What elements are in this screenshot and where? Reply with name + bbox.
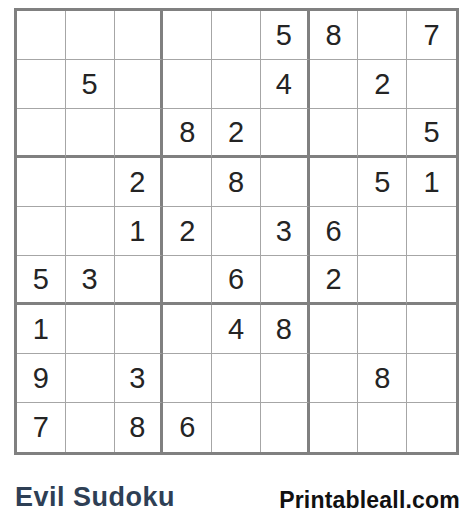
sudoku-cell-r3c4[interactable]: 8 [163, 109, 212, 158]
sudoku-cell-r7c8[interactable] [358, 305, 407, 354]
sudoku-cell-r5c2[interactable] [66, 207, 115, 256]
sudoku-cell-r1c8[interactable] [358, 11, 407, 60]
given-digit: 3 [82, 265, 98, 294]
sudoku-cell-r8c6[interactable] [261, 354, 310, 403]
sudoku-cell-r5c8[interactable] [358, 207, 407, 256]
sudoku-cell-r3c7[interactable] [310, 109, 359, 158]
given-digit: 6 [228, 265, 244, 294]
given-digit: 5 [276, 21, 292, 50]
sudoku-cell-r1c4[interactable] [163, 11, 212, 60]
sudoku-cell-r3c1[interactable] [17, 109, 66, 158]
sudoku-cell-r6c6[interactable] [261, 256, 310, 305]
sudoku-cell-r4c1[interactable] [17, 158, 66, 207]
sudoku-cell-r2c4[interactable] [163, 60, 212, 109]
sudoku-cell-r4c2[interactable] [66, 158, 115, 207]
given-digit: 6 [179, 413, 195, 442]
given-digit: 7 [33, 413, 49, 442]
sudoku-cell-r2c1[interactable] [17, 60, 66, 109]
sudoku-cell-r7c1[interactable]: 1 [17, 305, 66, 354]
sudoku-cell-r6c7[interactable]: 2 [310, 256, 359, 305]
sudoku-cell-r5c4[interactable]: 2 [163, 207, 212, 256]
sudoku-cell-r9c3[interactable]: 8 [115, 403, 164, 452]
sudoku-cell-r7c9[interactable] [407, 305, 456, 354]
sudoku-cell-r9c8[interactable] [358, 403, 407, 452]
given-digit: 6 [325, 217, 341, 246]
branding-text: Printableall.com [279, 487, 460, 514]
sudoku-cell-r3c3[interactable] [115, 109, 164, 158]
sudoku-cell-r6c2[interactable]: 3 [66, 256, 115, 305]
sudoku-cell-r7c6[interactable]: 8 [261, 305, 310, 354]
sudoku-cell-r4c3[interactable]: 2 [115, 158, 164, 207]
sudoku-cell-r6c3[interactable] [115, 256, 164, 305]
sudoku-cell-r9c4[interactable]: 6 [163, 403, 212, 452]
sudoku-cell-r1c3[interactable] [115, 11, 164, 60]
sudoku-cell-r4c9[interactable]: 1 [407, 158, 456, 207]
sudoku-cell-r5c7[interactable]: 6 [310, 207, 359, 256]
sudoku-cell-r8c7[interactable] [310, 354, 359, 403]
sudoku-cell-r2c7[interactable] [310, 60, 359, 109]
sudoku-cell-r2c9[interactable] [407, 60, 456, 109]
sudoku-cell-r9c9[interactable] [407, 403, 456, 452]
given-digit: 9 [33, 364, 49, 393]
sudoku-cell-r2c6[interactable]: 4 [261, 60, 310, 109]
given-digit: 2 [129, 168, 145, 197]
sudoku-cell-r5c1[interactable] [17, 207, 66, 256]
given-digit: 8 [325, 21, 341, 50]
sudoku-cell-r1c2[interactable] [66, 11, 115, 60]
given-digit: 8 [276, 315, 292, 344]
given-digit: 3 [276, 217, 292, 246]
sudoku-cell-r3c2[interactable] [66, 109, 115, 158]
given-digit: 4 [228, 315, 244, 344]
given-digit: 8 [129, 413, 145, 442]
given-digit: 3 [129, 364, 145, 393]
sudoku-cell-r8c8[interactable]: 8 [358, 354, 407, 403]
given-digit: 2 [228, 118, 244, 147]
given-digit: 2 [179, 217, 195, 246]
sudoku-cell-r7c4[interactable] [163, 305, 212, 354]
given-digit: 8 [374, 364, 390, 393]
sudoku-cell-r3c8[interactable] [358, 109, 407, 158]
sudoku-cell-r6c1[interactable]: 5 [17, 256, 66, 305]
sudoku-cell-r9c2[interactable] [66, 403, 115, 452]
sudoku-cell-r1c6[interactable]: 5 [261, 11, 310, 60]
sudoku-cell-r1c5[interactable] [212, 11, 261, 60]
given-digit: 1 [424, 168, 440, 197]
sudoku-cell-r4c5[interactable]: 8 [212, 158, 261, 207]
sudoku-cell-r1c7[interactable]: 8 [310, 11, 359, 60]
sudoku-cell-r7c7[interactable] [310, 305, 359, 354]
sudoku-board: 587542825285112365362148938786 [14, 8, 459, 455]
sudoku-cell-r4c6[interactable] [261, 158, 310, 207]
sudoku-cell-r3c5[interactable]: 2 [212, 109, 261, 158]
given-digit: 8 [228, 168, 244, 197]
sudoku-cell-r8c5[interactable] [212, 354, 261, 403]
sudoku-cell-r2c3[interactable] [115, 60, 164, 109]
sudoku-cell-r4c8[interactable]: 5 [358, 158, 407, 207]
given-digit: 1 [33, 315, 49, 344]
sudoku-cell-r9c5[interactable] [212, 403, 261, 452]
sudoku-cell-r9c1[interactable]: 7 [17, 403, 66, 452]
sudoku-cell-r6c5[interactable]: 6 [212, 256, 261, 305]
sudoku-cell-r5c5[interactable] [212, 207, 261, 256]
sudoku-cell-r8c3[interactable]: 3 [115, 354, 164, 403]
sudoku-cell-r5c9[interactable] [407, 207, 456, 256]
sudoku-cell-r8c2[interactable] [66, 354, 115, 403]
sudoku-cell-r6c9[interactable] [407, 256, 456, 305]
given-digit: 4 [276, 70, 292, 99]
printable-sudoku-page: 587542825285112365362148938786 Evil Sudo… [0, 0, 474, 520]
sudoku-cell-r2c5[interactable] [212, 60, 261, 109]
given-digit: 5 [374, 168, 390, 197]
sudoku-cell-r9c7[interactable] [310, 403, 359, 452]
sudoku-cell-r7c3[interactable] [115, 305, 164, 354]
sudoku-cell-r1c1[interactable] [17, 11, 66, 60]
sudoku-cell-r5c6[interactable]: 3 [261, 207, 310, 256]
given-digit: 2 [374, 70, 390, 99]
given-digit: 5 [33, 265, 49, 294]
puzzle-title: Evil Sudoku [15, 482, 175, 513]
sudoku-cell-r4c7[interactable] [310, 158, 359, 207]
sudoku-cell-r4c4[interactable] [163, 158, 212, 207]
given-digit: 1 [129, 217, 145, 246]
given-digit: 2 [325, 265, 341, 294]
sudoku-cell-r6c8[interactable] [358, 256, 407, 305]
sudoku-cell-r3c6[interactable] [261, 109, 310, 158]
sudoku-cell-r2c2[interactable]: 5 [66, 60, 115, 109]
sudoku-cell-r5c3[interactable]: 1 [115, 207, 164, 256]
sudoku-cell-r7c5[interactable]: 4 [212, 305, 261, 354]
given-digit: 5 [82, 70, 98, 99]
sudoku-cell-r8c9[interactable] [407, 354, 456, 403]
sudoku-cell-r9c6[interactable] [261, 403, 310, 452]
sudoku-cell-r8c4[interactable] [163, 354, 212, 403]
given-digit: 5 [424, 118, 440, 147]
sudoku-cell-r2c8[interactable]: 2 [358, 60, 407, 109]
sudoku-cell-r6c4[interactable] [163, 256, 212, 305]
sudoku-cell-r1c9[interactable]: 7 [407, 11, 456, 60]
given-digit: 7 [424, 21, 440, 50]
sudoku-cell-r3c9[interactable]: 5 [407, 109, 456, 158]
sudoku-cell-r7c2[interactable] [66, 305, 115, 354]
given-digit: 8 [179, 118, 195, 147]
sudoku-cell-r8c1[interactable]: 9 [17, 354, 66, 403]
